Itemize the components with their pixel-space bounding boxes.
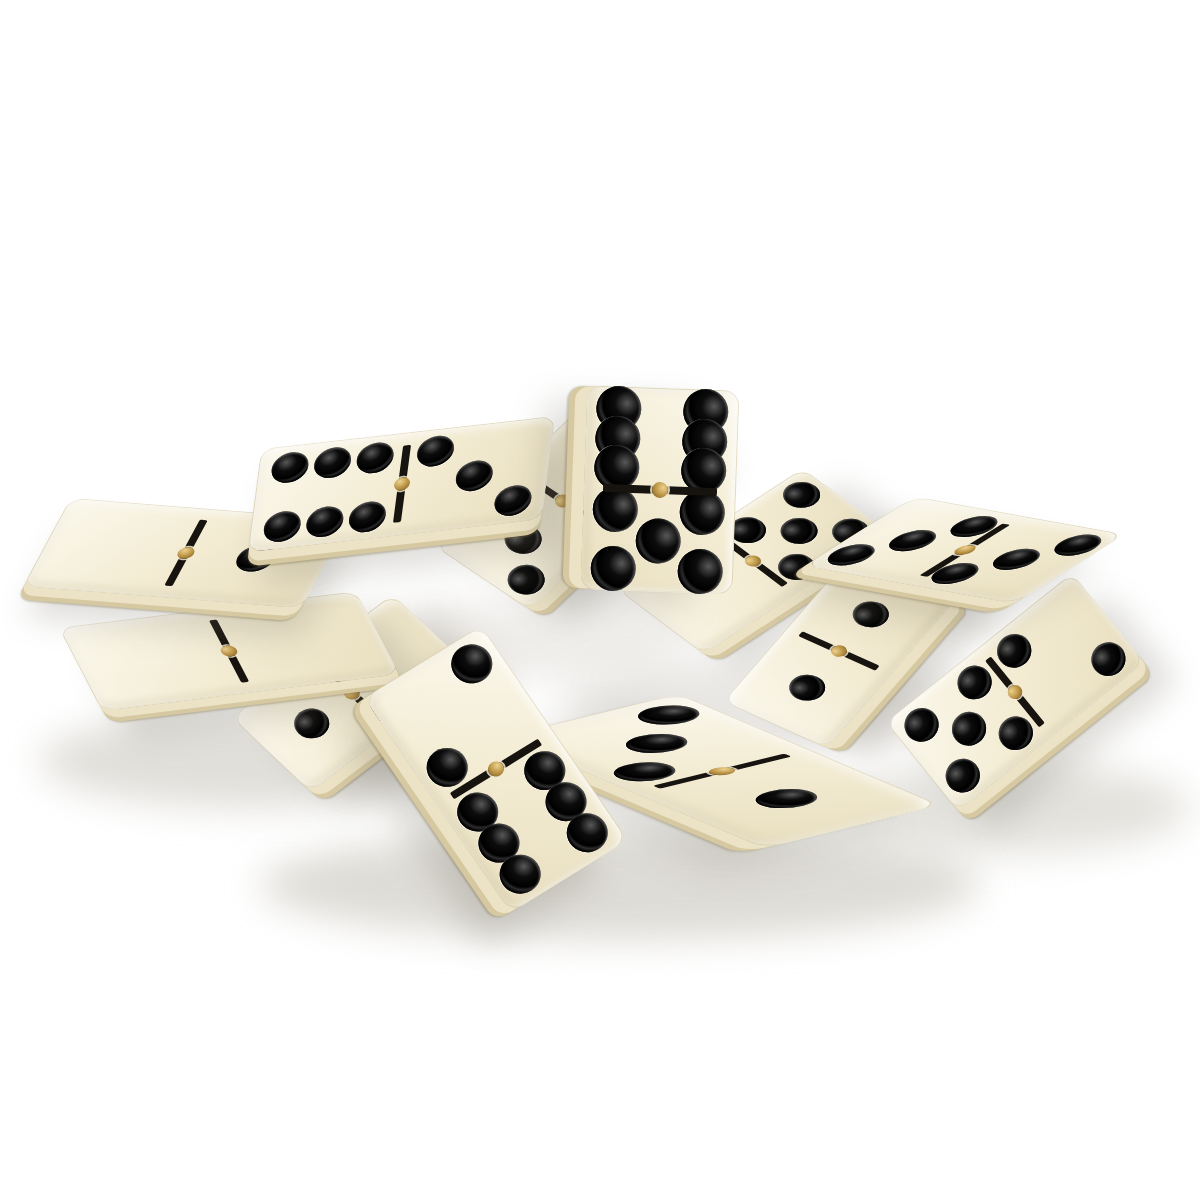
soft-shadow <box>260 830 980 940</box>
domino-tile-6-5[interactable] <box>580 385 739 594</box>
pip <box>304 504 345 538</box>
pip <box>346 500 387 534</box>
pip <box>775 477 827 514</box>
pip <box>677 548 724 595</box>
pip <box>261 509 302 543</box>
pip <box>897 701 945 749</box>
pip <box>983 546 1049 572</box>
table-surface <box>0 0 1200 1200</box>
pip <box>444 637 501 691</box>
pip <box>626 702 711 729</box>
pip <box>593 486 640 533</box>
pip <box>945 705 993 753</box>
pip <box>1045 532 1111 558</box>
pip <box>269 450 310 484</box>
pip <box>744 785 829 812</box>
domino-half-6 <box>585 386 738 492</box>
pip <box>590 545 637 592</box>
pip <box>679 489 726 536</box>
pip <box>497 518 549 560</box>
pip <box>354 441 395 475</box>
pip <box>312 445 353 479</box>
pip <box>879 527 945 553</box>
pip <box>938 752 986 800</box>
pip <box>635 517 682 564</box>
pip <box>846 597 896 633</box>
pip <box>1085 635 1133 683</box>
pip <box>286 703 335 745</box>
pip <box>501 559 553 601</box>
pip <box>613 730 698 757</box>
pip <box>492 483 533 517</box>
pip <box>415 434 456 468</box>
pip <box>773 513 825 550</box>
pip <box>782 670 832 706</box>
domino-half-5 <box>582 487 735 593</box>
pip <box>454 459 495 493</box>
domino-half-3 <box>394 417 553 535</box>
domino-half-6 <box>248 433 407 551</box>
